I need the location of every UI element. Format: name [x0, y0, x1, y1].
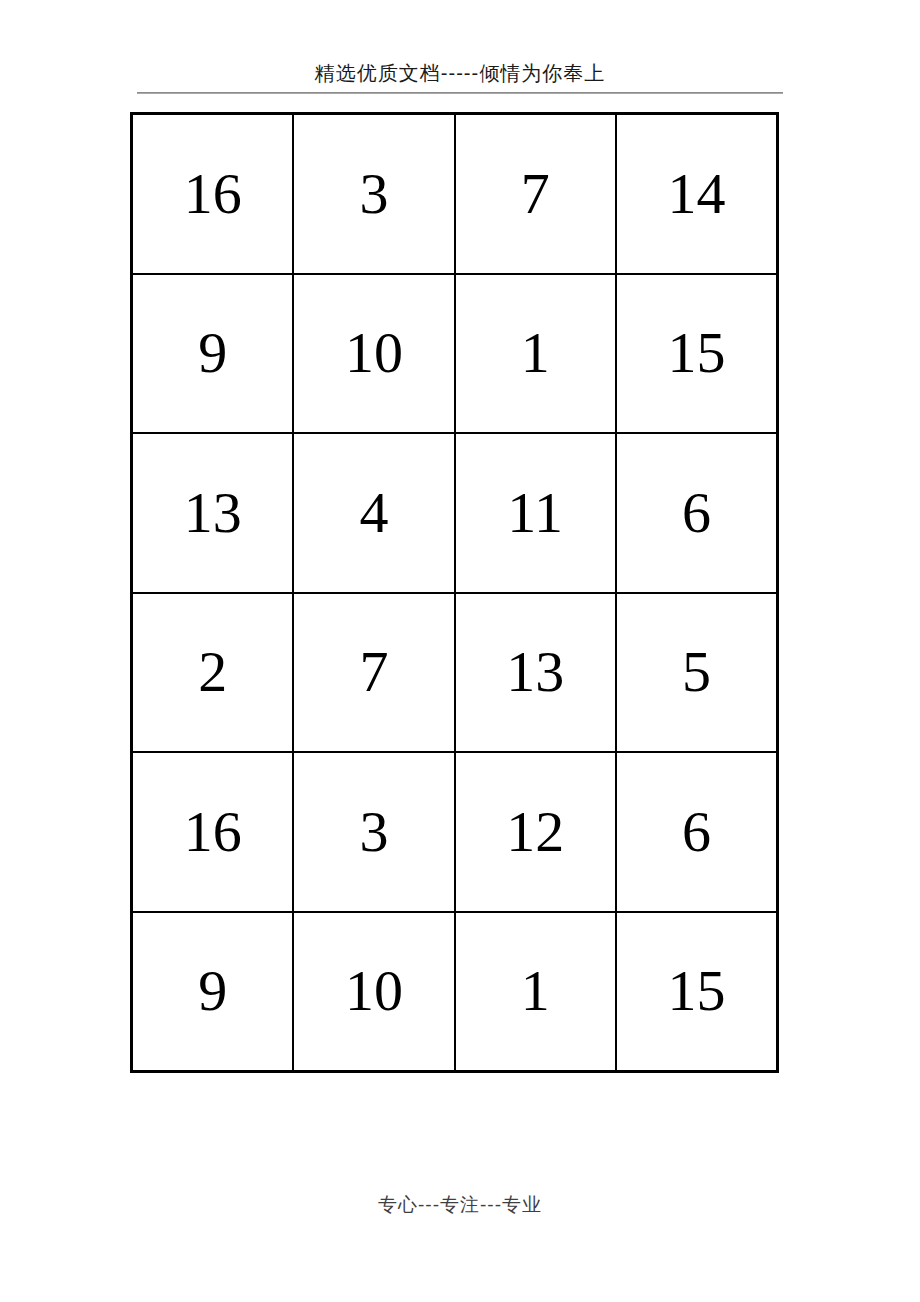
grid-cell: 9 — [133, 913, 292, 1071]
grid-cell: 13 — [456, 594, 615, 752]
page-header-text: 精选优质文档-----倾情为你奉上 — [0, 60, 920, 87]
grid-cell: 12 — [456, 753, 615, 911]
page-footer-text: 专心---专注---专业 — [0, 1192, 920, 1218]
grid-cell: 3 — [294, 753, 453, 911]
grid-cell: 6 — [617, 434, 776, 592]
grid-cell: 9 — [133, 275, 292, 433]
grid-cell: 10 — [294, 913, 453, 1071]
grid-cell: 1 — [456, 275, 615, 433]
grid-cell: 1 — [456, 913, 615, 1071]
grid-cell: 11 — [456, 434, 615, 592]
grid-cell: 6 — [617, 753, 776, 911]
grid-cell: 4 — [294, 434, 453, 592]
header-divider-rule — [137, 92, 783, 94]
grid-cell: 7 — [294, 594, 453, 752]
grid-cell: 15 — [617, 913, 776, 1071]
document-page: 精选优质文档-----倾情为你奉上 1637149101151341162713… — [0, 0, 920, 1302]
grid-cell: 16 — [133, 753, 292, 911]
grid-cell: 7 — [456, 115, 615, 273]
grid-cell: 16 — [133, 115, 292, 273]
grid-cell: 5 — [617, 594, 776, 752]
grid-cell: 2 — [133, 594, 292, 752]
grid-cell: 15 — [617, 275, 776, 433]
number-grid: 16371491011513411627135163126910115 — [130, 112, 779, 1073]
grid-cell: 10 — [294, 275, 453, 433]
grid-cell: 3 — [294, 115, 453, 273]
grid-cell: 13 — [133, 434, 292, 592]
grid-cell: 14 — [617, 115, 776, 273]
